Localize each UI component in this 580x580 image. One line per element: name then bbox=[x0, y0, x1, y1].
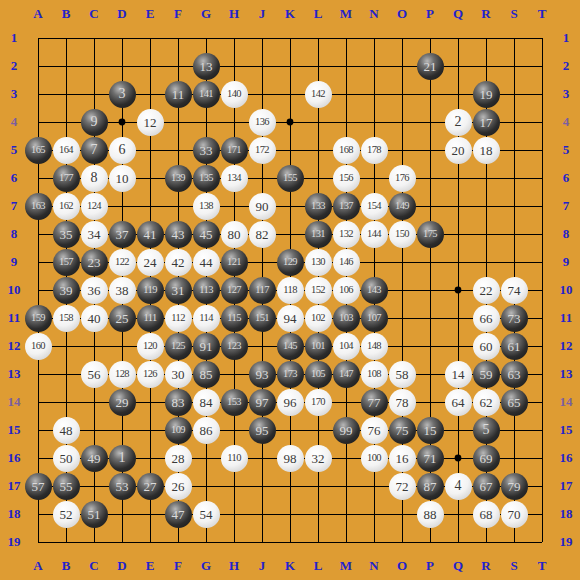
col-label-bottom-h: H bbox=[221, 557, 247, 575]
stone-white-122-d9[interactable]: 122 bbox=[109, 249, 136, 276]
stone-white-154-n7[interactable]: 154 bbox=[361, 193, 388, 220]
col-label-top-f: F bbox=[165, 5, 191, 23]
row-label-left-9: 9 bbox=[1, 253, 27, 271]
row-label-left-18: 18 bbox=[1, 505, 27, 523]
go-board[interactable]: AABBCCDDEEFFGGHHJJKKLLMMNNOOPPQQRRSSTT11… bbox=[0, 0, 580, 580]
stone-white-54-g18[interactable]: 54 bbox=[193, 501, 220, 528]
stone-black-119-e10[interactable]: 119 bbox=[137, 277, 164, 304]
stone-white-72-o17[interactable]: 72 bbox=[389, 473, 416, 500]
stone-white-24-e9[interactable]: 24 bbox=[137, 249, 164, 276]
stone-white-108-n13[interactable]: 108 bbox=[361, 361, 388, 388]
col-label-top-s: S bbox=[501, 5, 527, 23]
row-label-left-19: 19 bbox=[1, 533, 27, 551]
stone-black-37-d8[interactable]: 37 bbox=[109, 221, 136, 248]
stone-white-78-o14[interactable]: 78 bbox=[389, 389, 416, 416]
stone-black-83-f14[interactable]: 83 bbox=[165, 389, 192, 416]
stone-black-29-d14[interactable]: 29 bbox=[109, 389, 136, 416]
stone-white-12-e4[interactable]: 12 bbox=[137, 109, 164, 136]
col-label-bottom-b: B bbox=[53, 557, 79, 575]
stone-white-104-m12[interactable]: 104 bbox=[333, 333, 360, 360]
stone-black-7-c5[interactable]: 7 bbox=[81, 137, 108, 164]
stone-black-13-g2[interactable]: 13 bbox=[193, 53, 220, 80]
stone-white-106-m10[interactable]: 106 bbox=[333, 277, 360, 304]
stone-white-94-k11[interactable]: 94 bbox=[277, 305, 304, 332]
stone-black-31-f10[interactable]: 31 bbox=[165, 277, 192, 304]
row-label-left-13: 13 bbox=[1, 365, 27, 383]
row-label-left-10: 10 bbox=[1, 281, 27, 299]
stone-black-101-l12[interactable]: 101 bbox=[305, 333, 332, 360]
row-label-right-1: 1 bbox=[553, 29, 579, 47]
stone-black-99-m15[interactable]: 99 bbox=[333, 417, 360, 444]
stone-black-175-p8[interactable]: 175 bbox=[417, 221, 444, 248]
col-label-bottom-g: G bbox=[193, 557, 219, 575]
stone-white-158-b11[interactable]: 158 bbox=[53, 305, 80, 332]
stone-white-176-o6[interactable]: 176 bbox=[389, 165, 416, 192]
stone-white-76-n15[interactable]: 76 bbox=[361, 417, 388, 444]
row-label-left-16: 16 bbox=[1, 449, 27, 467]
stone-black-57-a17[interactable]: 57 bbox=[25, 473, 52, 500]
star-point-d4 bbox=[119, 119, 126, 126]
stone-black-41-e8[interactable]: 41 bbox=[137, 221, 164, 248]
stone-white-150-o8[interactable]: 150 bbox=[389, 221, 416, 248]
stone-white-48-b15[interactable]: 48 bbox=[53, 417, 80, 444]
col-label-bottom-r: R bbox=[473, 557, 499, 575]
stone-white-114-g11[interactable]: 114 bbox=[193, 305, 220, 332]
stone-black-19-r3[interactable]: 19 bbox=[473, 81, 500, 108]
col-label-top-n: N bbox=[361, 5, 387, 23]
stone-black-55-b17[interactable]: 55 bbox=[53, 473, 80, 500]
col-label-top-o: O bbox=[389, 5, 415, 23]
col-label-top-e: E bbox=[137, 5, 163, 23]
stone-white-30-f13[interactable]: 30 bbox=[165, 361, 192, 388]
stone-black-27-e17[interactable]: 27 bbox=[137, 473, 164, 500]
stone-white-2-q4[interactable]: 2 bbox=[445, 109, 472, 136]
stone-black-97-j14[interactable]: 97 bbox=[249, 389, 276, 416]
stone-black-3-d3[interactable]: 3 bbox=[109, 81, 136, 108]
row-label-right-10: 10 bbox=[553, 281, 579, 299]
row-label-left-14: 14 bbox=[1, 393, 27, 411]
stone-black-15-p15[interactable]: 15 bbox=[417, 417, 444, 444]
stone-black-51-c18[interactable]: 51 bbox=[81, 501, 108, 528]
stone-black-153-h14[interactable]: 153 bbox=[221, 389, 248, 416]
row-label-left-3: 3 bbox=[1, 85, 27, 103]
stone-white-98-k16[interactable]: 98 bbox=[277, 445, 304, 472]
stone-black-69-r16[interactable]: 69 bbox=[473, 445, 500, 472]
row-label-right-2: 2 bbox=[553, 57, 579, 75]
row-label-right-11: 11 bbox=[553, 309, 579, 327]
stone-white-142-l3[interactable]: 142 bbox=[305, 81, 332, 108]
stone-white-140-h3[interactable]: 140 bbox=[221, 81, 248, 108]
stone-white-42-f9[interactable]: 42 bbox=[165, 249, 192, 276]
stone-white-32-l16[interactable]: 32 bbox=[305, 445, 332, 472]
col-label-bottom-t: T bbox=[529, 557, 555, 575]
stone-white-156-m6[interactable]: 156 bbox=[333, 165, 360, 192]
stone-black-165-a5[interactable]: 165 bbox=[25, 137, 52, 164]
stone-black-171-h5[interactable]: 171 bbox=[221, 137, 248, 164]
star-point-k4 bbox=[287, 119, 294, 126]
stone-white-26-f17[interactable]: 26 bbox=[165, 473, 192, 500]
stone-white-20-q5[interactable]: 20 bbox=[445, 137, 472, 164]
stone-white-102-l11[interactable]: 102 bbox=[305, 305, 332, 332]
row-label-left-4: 4 bbox=[1, 113, 27, 131]
stone-white-110-h16[interactable]: 110 bbox=[221, 445, 248, 472]
stone-black-85-g13[interactable]: 85 bbox=[193, 361, 220, 388]
stone-white-10-d6[interactable]: 10 bbox=[109, 165, 136, 192]
stone-black-77-n14[interactable]: 77 bbox=[361, 389, 388, 416]
col-label-bottom-k: K bbox=[277, 557, 303, 575]
row-label-left-12: 12 bbox=[1, 337, 27, 355]
stone-black-155-k6[interactable]: 155 bbox=[277, 165, 304, 192]
col-label-bottom-s: S bbox=[501, 557, 527, 575]
stone-black-159-a11[interactable]: 159 bbox=[25, 305, 52, 332]
stone-white-136-j4[interactable]: 136 bbox=[249, 109, 276, 136]
stone-white-38-d10[interactable]: 38 bbox=[109, 277, 136, 304]
stone-black-45-g8[interactable]: 45 bbox=[193, 221, 220, 248]
stone-white-172-j5[interactable]: 172 bbox=[249, 137, 276, 164]
stone-black-127-h10[interactable]: 127 bbox=[221, 277, 248, 304]
col-label-top-t: T bbox=[529, 5, 555, 23]
stone-white-70-s18[interactable]: 70 bbox=[501, 501, 528, 528]
stone-black-5-r15[interactable]: 5 bbox=[473, 417, 500, 444]
stone-white-80-h8[interactable]: 80 bbox=[221, 221, 248, 248]
stone-black-23-c9[interactable]: 23 bbox=[81, 249, 108, 276]
row-label-left-1: 1 bbox=[1, 29, 27, 47]
stone-black-121-h9[interactable]: 121 bbox=[221, 249, 248, 276]
stone-black-137-m7[interactable]: 137 bbox=[333, 193, 360, 220]
row-label-right-5: 5 bbox=[553, 141, 579, 159]
stone-black-49-c16[interactable]: 49 bbox=[81, 445, 108, 472]
stone-black-91-g12[interactable]: 91 bbox=[193, 333, 220, 360]
stone-black-21-p2[interactable]: 21 bbox=[417, 53, 444, 80]
stone-black-135-g6[interactable]: 135 bbox=[193, 165, 220, 192]
col-label-top-k: K bbox=[277, 5, 303, 23]
stone-white-28-f16[interactable]: 28 bbox=[165, 445, 192, 472]
row-label-left-6: 6 bbox=[1, 169, 27, 187]
stone-white-52-b18[interactable]: 52 bbox=[53, 501, 80, 528]
row-label-right-17: 17 bbox=[553, 477, 579, 495]
stone-white-160-a12[interactable]: 160 bbox=[25, 333, 52, 360]
stone-white-36-c10[interactable]: 36 bbox=[81, 277, 108, 304]
stone-white-100-n16[interactable]: 100 bbox=[361, 445, 388, 472]
stone-black-47-f18[interactable]: 47 bbox=[165, 501, 192, 528]
row-label-right-12: 12 bbox=[553, 337, 579, 355]
stone-white-22-r10[interactable]: 22 bbox=[473, 277, 500, 304]
stone-white-66-r11[interactable]: 66 bbox=[473, 305, 500, 332]
stone-black-151-j11[interactable]: 151 bbox=[249, 305, 276, 332]
stone-black-17-r4[interactable]: 17 bbox=[473, 109, 500, 136]
row-label-right-6: 6 bbox=[553, 169, 579, 187]
stone-white-126-e13[interactable]: 126 bbox=[137, 361, 164, 388]
stone-white-4-q17[interactable]: 4 bbox=[445, 473, 472, 500]
stone-black-79-s17[interactable]: 79 bbox=[501, 473, 528, 500]
stone-black-163-a7[interactable]: 163 bbox=[25, 193, 52, 220]
stone-black-131-l8[interactable]: 131 bbox=[305, 221, 332, 248]
col-label-top-q: Q bbox=[445, 5, 471, 23]
stone-black-139-f6[interactable]: 139 bbox=[165, 165, 192, 192]
row-label-right-7: 7 bbox=[553, 197, 579, 215]
stone-black-95-j15[interactable]: 95 bbox=[249, 417, 276, 444]
col-label-top-c: C bbox=[81, 5, 107, 23]
stone-black-25-d11[interactable]: 25 bbox=[109, 305, 136, 332]
stone-white-14-q13[interactable]: 14 bbox=[445, 361, 472, 388]
stone-white-170-l14[interactable]: 170 bbox=[305, 389, 332, 416]
col-label-top-r: R bbox=[473, 5, 499, 23]
stone-black-105-l13[interactable]: 105 bbox=[305, 361, 332, 388]
col-label-bottom-f: F bbox=[165, 557, 191, 575]
stone-black-109-f15[interactable]: 109 bbox=[165, 417, 192, 444]
stone-white-124-c7[interactable]: 124 bbox=[81, 193, 108, 220]
stone-white-90-j7[interactable]: 90 bbox=[249, 193, 276, 220]
col-label-bottom-a: A bbox=[25, 557, 51, 575]
stone-black-73-s11[interactable]: 73 bbox=[501, 305, 528, 332]
col-label-top-h: H bbox=[221, 5, 247, 23]
stone-white-8-c6[interactable]: 8 bbox=[81, 165, 108, 192]
col-label-top-m: M bbox=[333, 5, 359, 23]
stone-black-65-s14[interactable]: 65 bbox=[501, 389, 528, 416]
row-label-left-7: 7 bbox=[1, 197, 27, 215]
stone-black-63-s13[interactable]: 63 bbox=[501, 361, 528, 388]
stone-black-111-e11[interactable]: 111 bbox=[137, 305, 164, 332]
stone-white-144-n8[interactable]: 144 bbox=[361, 221, 388, 248]
stone-black-43-f8[interactable]: 43 bbox=[165, 221, 192, 248]
stone-black-71-p16[interactable]: 71 bbox=[417, 445, 444, 472]
stone-white-6-d5[interactable]: 6 bbox=[109, 137, 136, 164]
stone-black-117-j10[interactable]: 117 bbox=[249, 277, 276, 304]
stone-white-16-o16[interactable]: 16 bbox=[389, 445, 416, 472]
stone-black-123-h12[interactable]: 123 bbox=[221, 333, 248, 360]
stone-white-40-c11[interactable]: 40 bbox=[81, 305, 108, 332]
col-label-bottom-c: C bbox=[81, 557, 107, 575]
stone-black-59-r13[interactable]: 59 bbox=[473, 361, 500, 388]
row-label-left-2: 2 bbox=[1, 57, 27, 75]
stone-white-88-p18[interactable]: 88 bbox=[417, 501, 444, 528]
star-point-q16 bbox=[455, 455, 462, 462]
stone-black-11-f3[interactable]: 11 bbox=[165, 81, 192, 108]
row-label-left-11: 11 bbox=[1, 309, 27, 327]
col-label-bottom-j: J bbox=[249, 557, 275, 575]
row-label-left-17: 17 bbox=[1, 477, 27, 495]
stone-white-74-s10[interactable]: 74 bbox=[501, 277, 528, 304]
row-label-right-15: 15 bbox=[553, 421, 579, 439]
stone-black-141-g3[interactable]: 141 bbox=[193, 81, 220, 108]
stone-white-138-g7[interactable]: 138 bbox=[193, 193, 220, 220]
col-label-bottom-q: Q bbox=[445, 557, 471, 575]
stone-white-56-c13[interactable]: 56 bbox=[81, 361, 108, 388]
stone-white-130-l9[interactable]: 130 bbox=[305, 249, 332, 276]
stone-black-9-c4[interactable]: 9 bbox=[81, 109, 108, 136]
star-point-q10 bbox=[455, 287, 462, 294]
stone-white-84-g14[interactable]: 84 bbox=[193, 389, 220, 416]
row-label-right-16: 16 bbox=[553, 449, 579, 467]
row-label-right-13: 13 bbox=[553, 365, 579, 383]
col-label-bottom-n: N bbox=[361, 557, 387, 575]
stone-white-162-b7[interactable]: 162 bbox=[53, 193, 80, 220]
row-label-right-9: 9 bbox=[553, 253, 579, 271]
col-label-top-l: L bbox=[305, 5, 331, 23]
stone-black-129-k9[interactable]: 129 bbox=[277, 249, 304, 276]
col-label-top-j: J bbox=[249, 5, 275, 23]
row-label-right-19: 19 bbox=[553, 533, 579, 551]
stone-black-1-d16[interactable]: 1 bbox=[109, 445, 136, 472]
row-label-left-8: 8 bbox=[1, 225, 27, 243]
stone-black-39-b10[interactable]: 39 bbox=[53, 277, 80, 304]
stone-white-60-r12[interactable]: 60 bbox=[473, 333, 500, 360]
stone-white-120-e12[interactable]: 120 bbox=[137, 333, 164, 360]
stone-black-149-o7[interactable]: 149 bbox=[389, 193, 416, 220]
col-label-top-d: D bbox=[109, 5, 135, 23]
stone-white-178-n5[interactable]: 178 bbox=[361, 137, 388, 164]
col-label-bottom-l: L bbox=[305, 557, 331, 575]
stone-white-18-r5[interactable]: 18 bbox=[473, 137, 500, 164]
stone-white-152-l10[interactable]: 152 bbox=[305, 277, 332, 304]
stone-white-82-j8[interactable]: 82 bbox=[249, 221, 276, 248]
row-label-left-15: 15 bbox=[1, 421, 27, 439]
stone-white-44-g9[interactable]: 44 bbox=[193, 249, 220, 276]
stone-black-115-h11[interactable]: 115 bbox=[221, 305, 248, 332]
stone-white-128-d13[interactable]: 128 bbox=[109, 361, 136, 388]
row-label-right-18: 18 bbox=[553, 505, 579, 523]
stone-white-34-c8[interactable]: 34 bbox=[81, 221, 108, 248]
stone-white-118-k10[interactable]: 118 bbox=[277, 277, 304, 304]
col-label-top-g: G bbox=[193, 5, 219, 23]
stone-black-143-n10[interactable]: 143 bbox=[361, 277, 388, 304]
row-label-right-3: 3 bbox=[553, 85, 579, 103]
stone-white-132-m8[interactable]: 132 bbox=[333, 221, 360, 248]
stone-black-93-j13[interactable]: 93 bbox=[249, 361, 276, 388]
row-label-right-14: 14 bbox=[553, 393, 579, 411]
stone-white-146-m9[interactable]: 146 bbox=[333, 249, 360, 276]
stone-black-177-b6[interactable]: 177 bbox=[53, 165, 80, 192]
row-label-right-4: 4 bbox=[553, 113, 579, 131]
stone-black-33-g5[interactable]: 33 bbox=[193, 137, 220, 164]
row-label-left-5: 5 bbox=[1, 141, 27, 159]
stone-black-53-d17[interactable]: 53 bbox=[109, 473, 136, 500]
stone-black-113-g10[interactable]: 113 bbox=[193, 277, 220, 304]
stone-white-50-b16[interactable]: 50 bbox=[53, 445, 80, 472]
row-label-right-8: 8 bbox=[553, 225, 579, 243]
col-label-top-p: P bbox=[417, 5, 443, 23]
stone-black-103-m11[interactable]: 103 bbox=[333, 305, 360, 332]
col-label-bottom-m: M bbox=[333, 557, 359, 575]
stone-white-68-r18[interactable]: 68 bbox=[473, 501, 500, 528]
stone-black-61-s12[interactable]: 61 bbox=[501, 333, 528, 360]
stone-white-64-q14[interactable]: 64 bbox=[445, 389, 472, 416]
col-label-bottom-p: P bbox=[417, 557, 443, 575]
col-label-bottom-o: O bbox=[389, 557, 415, 575]
stone-white-134-h6[interactable]: 134 bbox=[221, 165, 248, 192]
stone-white-62-r14[interactable]: 62 bbox=[473, 389, 500, 416]
stone-black-125-f12[interactable]: 125 bbox=[165, 333, 192, 360]
stone-white-112-f11[interactable]: 112 bbox=[165, 305, 192, 332]
stone-black-145-k12[interactable]: 145 bbox=[277, 333, 304, 360]
col-label-top-a: A bbox=[25, 5, 51, 23]
col-label-top-b: B bbox=[53, 5, 79, 23]
stone-black-75-o15[interactable]: 75 bbox=[389, 417, 416, 444]
col-label-bottom-e: E bbox=[137, 557, 163, 575]
stone-black-35-b8[interactable]: 35 bbox=[53, 221, 80, 248]
stone-black-133-l7[interactable]: 133 bbox=[305, 193, 332, 220]
stone-white-96-k14[interactable]: 96 bbox=[277, 389, 304, 416]
stone-black-87-p17[interactable]: 87 bbox=[417, 473, 444, 500]
stone-black-67-r17[interactable]: 67 bbox=[473, 473, 500, 500]
stone-black-147-m13[interactable]: 147 bbox=[333, 361, 360, 388]
stone-white-168-m5[interactable]: 168 bbox=[333, 137, 360, 164]
stone-white-86-g15[interactable]: 86 bbox=[193, 417, 220, 444]
stone-black-107-n11[interactable]: 107 bbox=[361, 305, 388, 332]
stone-white-164-b5[interactable]: 164 bbox=[53, 137, 80, 164]
stone-black-157-b9[interactable]: 157 bbox=[53, 249, 80, 276]
stone-white-148-n12[interactable]: 148 bbox=[361, 333, 388, 360]
col-label-bottom-d: D bbox=[109, 557, 135, 575]
stone-black-173-k13[interactable]: 173 bbox=[277, 361, 304, 388]
stone-white-58-o13[interactable]: 58 bbox=[389, 361, 416, 388]
